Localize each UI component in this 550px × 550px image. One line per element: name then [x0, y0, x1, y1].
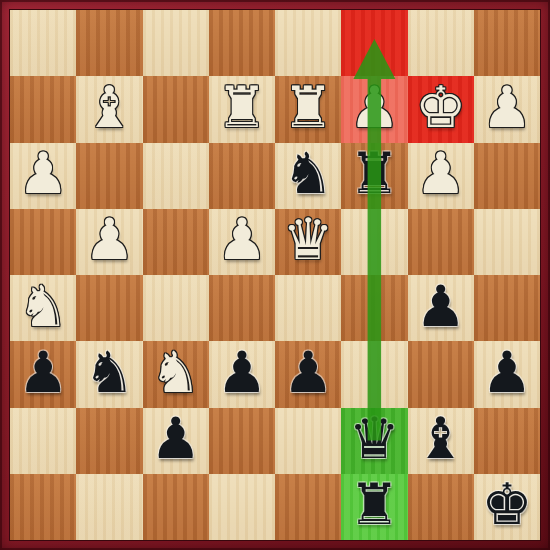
square-c5[interactable] — [143, 209, 209, 275]
square-h1[interactable]: ♚ — [474, 474, 540, 540]
square-c7[interactable] — [143, 76, 209, 142]
square-b5[interactable]: ♟ — [76, 209, 142, 275]
square-d6[interactable] — [209, 143, 275, 209]
square-f6[interactable]: ♜ — [341, 143, 407, 209]
square-e2[interactable] — [275, 408, 341, 474]
square-d7[interactable]: ♜ — [209, 76, 275, 142]
square-a2[interactable] — [10, 408, 76, 474]
white-knight-piece[interactable]: ♞ — [18, 278, 69, 335]
square-e7[interactable]: ♜ — [275, 76, 341, 142]
black-queen-piece[interactable]: ♛ — [349, 410, 400, 467]
square-a7[interactable] — [10, 76, 76, 142]
square-a5[interactable] — [10, 209, 76, 275]
square-e1[interactable] — [275, 474, 341, 540]
white-rook-piece[interactable]: ♜ — [216, 79, 267, 136]
black-pawn-piece[interactable]: ♟ — [415, 278, 466, 335]
square-e4[interactable] — [275, 275, 341, 341]
square-d3[interactable]: ♟ — [209, 341, 275, 407]
square-f4[interactable] — [341, 275, 407, 341]
square-g2[interactable]: ♝ — [408, 408, 474, 474]
square-h5[interactable] — [474, 209, 540, 275]
square-f3[interactable] — [341, 341, 407, 407]
square-b2[interactable] — [76, 408, 142, 474]
square-g4[interactable]: ♟ — [408, 275, 474, 341]
board-wrap: ♝♜♜♟♚♟♟♞♜♟♟♟♛♞♟♟♞♞♟♟♟♟♛♝♜♚ — [10, 10, 540, 540]
square-h8[interactable] — [474, 10, 540, 76]
white-knight-piece[interactable]: ♞ — [150, 344, 201, 401]
square-f1[interactable]: ♜ — [341, 474, 407, 540]
white-king-piece[interactable]: ♚ — [415, 79, 466, 136]
white-bishop-piece[interactable]: ♝ — [84, 79, 135, 136]
square-h7[interactable]: ♟ — [474, 76, 540, 142]
square-d8[interactable] — [209, 10, 275, 76]
black-pawn-piece[interactable]: ♟ — [150, 410, 201, 467]
square-c8[interactable] — [143, 10, 209, 76]
square-d1[interactable] — [209, 474, 275, 540]
square-a8[interactable] — [10, 10, 76, 76]
black-king-piece[interactable]: ♚ — [481, 476, 532, 533]
white-queen-piece[interactable]: ♛ — [283, 211, 334, 268]
square-a6[interactable]: ♟ — [10, 143, 76, 209]
black-pawn-piece[interactable]: ♟ — [481, 344, 532, 401]
white-pawn-piece[interactable]: ♟ — [18, 145, 69, 202]
white-rook-piece[interactable]: ♜ — [283, 79, 334, 136]
square-h6[interactable] — [474, 143, 540, 209]
square-g3[interactable] — [408, 341, 474, 407]
square-f7[interactable]: ♟ — [341, 76, 407, 142]
square-d5[interactable]: ♟ — [209, 209, 275, 275]
square-a3[interactable]: ♟ — [10, 341, 76, 407]
square-c6[interactable] — [143, 143, 209, 209]
black-knight-piece[interactable]: ♞ — [283, 145, 334, 202]
black-pawn-piece[interactable]: ♟ — [216, 344, 267, 401]
white-pawn-piece[interactable]: ♟ — [84, 211, 135, 268]
black-pawn-piece[interactable]: ♟ — [283, 344, 334, 401]
square-b8[interactable] — [76, 10, 142, 76]
square-e8[interactable] — [275, 10, 341, 76]
square-b1[interactable] — [76, 474, 142, 540]
square-c3[interactable]: ♞ — [143, 341, 209, 407]
white-pawn-piece[interactable]: ♟ — [415, 145, 466, 202]
square-a4[interactable]: ♞ — [10, 275, 76, 341]
square-b7[interactable]: ♝ — [76, 76, 142, 142]
square-f5[interactable] — [341, 209, 407, 275]
square-g6[interactable]: ♟ — [408, 143, 474, 209]
square-g5[interactable] — [408, 209, 474, 275]
square-h2[interactable] — [474, 408, 540, 474]
square-h3[interactable]: ♟ — [474, 341, 540, 407]
square-b3[interactable]: ♞ — [76, 341, 142, 407]
square-g1[interactable] — [408, 474, 474, 540]
square-e3[interactable]: ♟ — [275, 341, 341, 407]
square-f8[interactable] — [341, 10, 407, 76]
white-pawn-piece[interactable]: ♟ — [216, 211, 267, 268]
square-b6[interactable] — [76, 143, 142, 209]
square-a1[interactable] — [10, 474, 76, 540]
square-c4[interactable] — [143, 275, 209, 341]
black-rook-piece[interactable]: ♜ — [349, 476, 400, 533]
black-pawn-piece[interactable]: ♟ — [18, 344, 69, 401]
white-pawn-piece[interactable]: ♟ — [349, 79, 400, 136]
black-bishop-piece[interactable]: ♝ — [415, 410, 466, 467]
square-c1[interactable] — [143, 474, 209, 540]
square-d4[interactable] — [209, 275, 275, 341]
square-g8[interactable] — [408, 10, 474, 76]
square-e5[interactable]: ♛ — [275, 209, 341, 275]
white-pawn-piece[interactable]: ♟ — [481, 79, 532, 136]
square-d2[interactable] — [209, 408, 275, 474]
square-c2[interactable]: ♟ — [143, 408, 209, 474]
square-e6[interactable]: ♞ — [275, 143, 341, 209]
black-knight-piece[interactable]: ♞ — [84, 344, 135, 401]
black-rook-piece[interactable]: ♜ — [349, 145, 400, 202]
square-f2[interactable]: ♛ — [341, 408, 407, 474]
square-g7[interactable]: ♚ — [408, 76, 474, 142]
chess-board[interactable]: ♝♜♜♟♚♟♟♞♜♟♟♟♛♞♟♟♞♞♟♟♟♟♛♝♜♚ — [10, 10, 540, 540]
square-h4[interactable] — [474, 275, 540, 341]
board-frame: ♝♜♜♟♚♟♟♞♜♟♟♟♛♞♟♟♞♞♟♟♟♟♛♝♜♚ — [0, 0, 550, 550]
square-b4[interactable] — [76, 275, 142, 341]
